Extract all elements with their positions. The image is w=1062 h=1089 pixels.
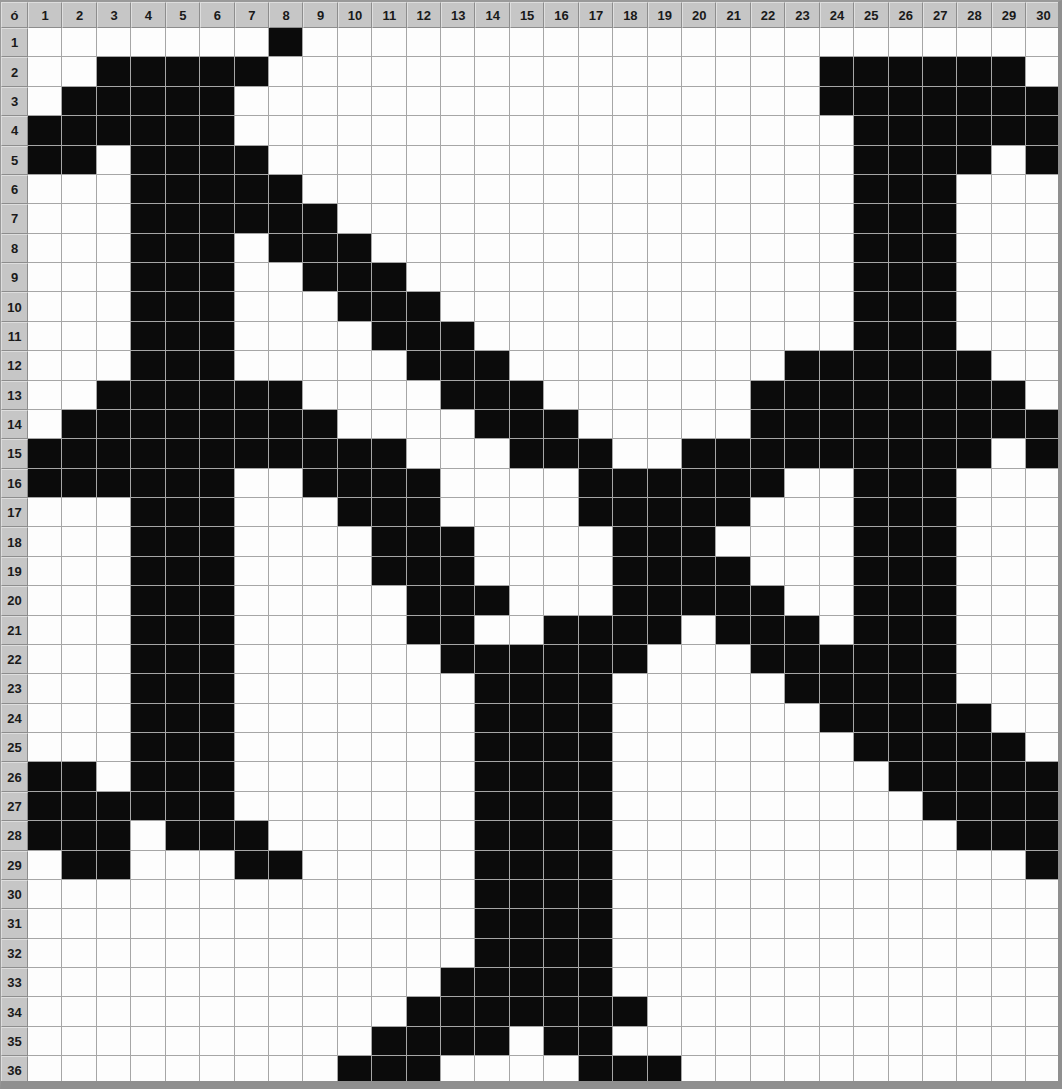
cell-r34c16-filled[interactable] — [544, 997, 578, 1026]
cell-r20c20-filled[interactable] — [682, 586, 716, 615]
cell-r1c18-empty[interactable] — [613, 28, 647, 57]
cell-r24c16-filled[interactable] — [544, 704, 578, 733]
cell-r15c8-filled[interactable] — [269, 439, 303, 468]
cell-r9c11-filled[interactable] — [372, 263, 406, 292]
cell-r34c17-filled[interactable] — [579, 997, 613, 1026]
cell-r16c27-filled[interactable] — [923, 469, 957, 498]
cell-r33c21-empty[interactable] — [716, 968, 750, 997]
cell-r1c9-empty[interactable] — [303, 28, 337, 57]
cell-r18c17-empty[interactable] — [579, 527, 613, 556]
cell-r15c30-filled[interactable] — [1026, 439, 1060, 468]
cell-r8c27-filled[interactable] — [923, 234, 957, 263]
cell-r36c4-empty[interactable] — [131, 1056, 165, 1085]
cell-r23c14-filled[interactable] — [475, 674, 509, 703]
cell-r31c14-filled[interactable] — [475, 909, 509, 938]
cell-r24c13-empty[interactable] — [441, 704, 475, 733]
cell-r30c6-empty[interactable] — [200, 880, 234, 909]
cell-r13c19-empty[interactable] — [648, 381, 682, 410]
cell-r35c28-empty[interactable] — [957, 1027, 991, 1056]
cell-r15c10-filled[interactable] — [338, 439, 372, 468]
cell-r12c21-empty[interactable] — [716, 351, 750, 380]
cell-r11c25-filled[interactable] — [854, 322, 888, 351]
cell-r21c12-filled[interactable] — [407, 616, 441, 645]
cell-r18c29-empty[interactable] — [992, 527, 1026, 556]
cell-r34c2-empty[interactable] — [62, 997, 96, 1026]
cell-r31c2-empty[interactable] — [62, 909, 96, 938]
cell-r17c30-empty[interactable] — [1026, 498, 1060, 527]
cell-r27c30-filled[interactable] — [1026, 792, 1060, 821]
cell-r20c1-empty[interactable] — [28, 586, 62, 615]
cell-r30c15-filled[interactable] — [510, 880, 544, 909]
cell-r29c1-empty[interactable] — [28, 851, 62, 880]
cell-r32c24-empty[interactable] — [820, 939, 854, 968]
cell-r7c27-filled[interactable] — [923, 204, 957, 233]
cell-r7c14-empty[interactable] — [475, 204, 509, 233]
cell-r1c10-empty[interactable] — [338, 28, 372, 57]
cell-r5c13-empty[interactable] — [441, 146, 475, 175]
cell-r18c24-empty[interactable] — [820, 527, 854, 556]
cell-r20c22-filled[interactable] — [751, 586, 785, 615]
cell-r24c22-empty[interactable] — [751, 704, 785, 733]
cell-r24c30-empty[interactable] — [1026, 704, 1060, 733]
cell-r32c10-empty[interactable] — [338, 939, 372, 968]
cell-r30c21-empty[interactable] — [716, 880, 750, 909]
cell-r4c28-filled[interactable] — [957, 116, 991, 145]
cell-r21c26-filled[interactable] — [889, 616, 923, 645]
cell-r27c26-empty[interactable] — [889, 792, 923, 821]
cell-r8c15-empty[interactable] — [510, 234, 544, 263]
cell-r4c26-filled[interactable] — [889, 116, 923, 145]
cell-r21c4-filled[interactable] — [131, 616, 165, 645]
cell-r31c23-empty[interactable] — [785, 909, 819, 938]
cell-r14c25-filled[interactable] — [854, 410, 888, 439]
cell-r9c25-filled[interactable] — [854, 263, 888, 292]
cell-r12c20-empty[interactable] — [682, 351, 716, 380]
cell-r7c26-filled[interactable] — [889, 204, 923, 233]
cell-r19c15-empty[interactable] — [510, 557, 544, 586]
cell-r16c19-filled[interactable] — [648, 469, 682, 498]
cell-r27c23-empty[interactable] — [785, 792, 819, 821]
cell-r14c23-filled[interactable] — [785, 410, 819, 439]
cell-r12c26-filled[interactable] — [889, 351, 923, 380]
cell-r1c15-empty[interactable] — [510, 28, 544, 57]
cell-r5c29-empty[interactable] — [992, 146, 1026, 175]
cell-r26c29-filled[interactable] — [992, 762, 1026, 791]
cell-r25c24-empty[interactable] — [820, 733, 854, 762]
cell-r21c19-filled[interactable] — [648, 616, 682, 645]
cell-r3c23-empty[interactable] — [785, 87, 819, 116]
cell-r22c29-empty[interactable] — [992, 645, 1026, 674]
cell-r19c25-filled[interactable] — [854, 557, 888, 586]
cell-r26c4-filled[interactable] — [131, 762, 165, 791]
cell-r12c19-empty[interactable] — [648, 351, 682, 380]
cell-r7c8-filled[interactable] — [269, 204, 303, 233]
cell-r18c12-filled[interactable] — [407, 527, 441, 556]
cell-r10c1-empty[interactable] — [28, 292, 62, 321]
cell-r23c24-filled[interactable] — [820, 674, 854, 703]
cell-r24c23-empty[interactable] — [785, 704, 819, 733]
cell-r11c24-empty[interactable] — [820, 322, 854, 351]
cell-r19c28-empty[interactable] — [957, 557, 991, 586]
cell-r34c1-empty[interactable] — [28, 997, 62, 1026]
cell-r25c28-filled[interactable] — [957, 733, 991, 762]
cell-r28c26-empty[interactable] — [889, 821, 923, 850]
cell-r31c15-filled[interactable] — [510, 909, 544, 938]
cell-r6c12-empty[interactable] — [407, 175, 441, 204]
cell-r20c30-empty[interactable] — [1026, 586, 1060, 615]
cell-r17c2-empty[interactable] — [62, 498, 96, 527]
cell-r26c11-empty[interactable] — [372, 762, 406, 791]
cell-r32c6-empty[interactable] — [200, 939, 234, 968]
cell-r17c7-empty[interactable] — [235, 498, 269, 527]
cell-r5c23-empty[interactable] — [785, 146, 819, 175]
cell-r21c17-filled[interactable] — [579, 616, 613, 645]
cell-r33c25-empty[interactable] — [854, 968, 888, 997]
cell-r36c20-empty[interactable] — [682, 1056, 716, 1085]
cell-r27c9-empty[interactable] — [303, 792, 337, 821]
cell-r35c21-empty[interactable] — [716, 1027, 750, 1056]
cell-r17c25-filled[interactable] — [854, 498, 888, 527]
cell-r9c1-empty[interactable] — [28, 263, 62, 292]
cell-r34c8-empty[interactable] — [269, 997, 303, 1026]
cell-r22c20-empty[interactable] — [682, 645, 716, 674]
cell-r16c28-empty[interactable] — [957, 469, 991, 498]
cell-r17c21-filled[interactable] — [716, 498, 750, 527]
cell-r9c10-filled[interactable] — [338, 263, 372, 292]
cell-r33c30-empty[interactable] — [1026, 968, 1060, 997]
cell-r25c1-empty[interactable] — [28, 733, 62, 762]
cell-r25c12-empty[interactable] — [407, 733, 441, 762]
cell-r36c23-empty[interactable] — [785, 1056, 819, 1085]
cell-r4c19-empty[interactable] — [648, 116, 682, 145]
cell-r7c13-empty[interactable] — [441, 204, 475, 233]
cell-r16c21-filled[interactable] — [716, 469, 750, 498]
cell-r27c10-empty[interactable] — [338, 792, 372, 821]
cell-r9c21-empty[interactable] — [716, 263, 750, 292]
cell-r13c14-filled[interactable] — [475, 381, 509, 410]
cell-r1c17-empty[interactable] — [579, 28, 613, 57]
cell-r22c12-empty[interactable] — [407, 645, 441, 674]
cell-r30c28-empty[interactable] — [957, 880, 991, 909]
cell-r31c22-empty[interactable] — [751, 909, 785, 938]
cell-r31c16-filled[interactable] — [544, 909, 578, 938]
cell-r24c5-filled[interactable] — [166, 704, 200, 733]
cell-r34c12-filled[interactable] — [407, 997, 441, 1026]
cell-r20c27-filled[interactable] — [923, 586, 957, 615]
cell-r12c22-empty[interactable] — [751, 351, 785, 380]
cell-r30c19-empty[interactable] — [648, 880, 682, 909]
cell-r10c29-empty[interactable] — [992, 292, 1026, 321]
cell-r34c15-filled[interactable] — [510, 997, 544, 1026]
cell-r29c7-filled[interactable] — [235, 851, 269, 880]
cell-r36c2-empty[interactable] — [62, 1056, 96, 1085]
cell-r7c10-empty[interactable] — [338, 204, 372, 233]
cell-r2c17-empty[interactable] — [579, 57, 613, 86]
cell-r18c16-empty[interactable] — [544, 527, 578, 556]
cell-r17c5-filled[interactable] — [166, 498, 200, 527]
cell-r29c19-empty[interactable] — [648, 851, 682, 880]
cell-r29c27-empty[interactable] — [923, 851, 957, 880]
cell-r26c19-empty[interactable] — [648, 762, 682, 791]
cell-r3c4-filled[interactable] — [131, 87, 165, 116]
cell-r26c30-filled[interactable] — [1026, 762, 1060, 791]
cell-r2c29-filled[interactable] — [992, 57, 1026, 86]
cell-r30c3-empty[interactable] — [97, 880, 131, 909]
cell-r8c7-empty[interactable] — [235, 234, 269, 263]
cell-r24c6-filled[interactable] — [200, 704, 234, 733]
cell-r17c8-empty[interactable] — [269, 498, 303, 527]
cell-r11c14-empty[interactable] — [475, 322, 509, 351]
cell-r22c1-empty[interactable] — [28, 645, 62, 674]
cell-r5c20-empty[interactable] — [682, 146, 716, 175]
cell-r18c25-filled[interactable] — [854, 527, 888, 556]
cell-r22c23-filled[interactable] — [785, 645, 819, 674]
cell-r3c8-empty[interactable] — [269, 87, 303, 116]
cell-r7c7-filled[interactable] — [235, 204, 269, 233]
cell-r13c22-filled[interactable] — [751, 381, 785, 410]
cell-r2c26-filled[interactable] — [889, 57, 923, 86]
cell-r1c29-empty[interactable] — [992, 28, 1026, 57]
cell-r27c12-empty[interactable] — [407, 792, 441, 821]
cell-r7c25-filled[interactable] — [854, 204, 888, 233]
cell-r27c17-filled[interactable] — [579, 792, 613, 821]
cell-r21c25-filled[interactable] — [854, 616, 888, 645]
cell-r4c13-empty[interactable] — [441, 116, 475, 145]
cell-r36c16-empty[interactable] — [544, 1056, 578, 1085]
cell-r24c25-filled[interactable] — [854, 704, 888, 733]
cell-r32c11-empty[interactable] — [372, 939, 406, 968]
cell-r12c15-empty[interactable] — [510, 351, 544, 380]
cell-r31c6-empty[interactable] — [200, 909, 234, 938]
cell-r28c19-empty[interactable] — [648, 821, 682, 850]
cell-r2c14-empty[interactable] — [475, 57, 509, 86]
cell-r16c7-empty[interactable] — [235, 469, 269, 498]
cell-r5c11-empty[interactable] — [372, 146, 406, 175]
cell-r12c9-empty[interactable] — [303, 351, 337, 380]
cell-r35c9-empty[interactable] — [303, 1027, 337, 1056]
cell-r20c21-filled[interactable] — [716, 586, 750, 615]
cell-r12c3-empty[interactable] — [97, 351, 131, 380]
cell-r28c12-empty[interactable] — [407, 821, 441, 850]
cell-r27c13-empty[interactable] — [441, 792, 475, 821]
cell-r8c28-empty[interactable] — [957, 234, 991, 263]
cell-r8c17-empty[interactable] — [579, 234, 613, 263]
cell-r27c1-filled[interactable] — [28, 792, 62, 821]
cell-r34c9-empty[interactable] — [303, 997, 337, 1026]
cell-r10c18-empty[interactable] — [613, 292, 647, 321]
cell-r9c2-empty[interactable] — [62, 263, 96, 292]
cell-r21c22-filled[interactable] — [751, 616, 785, 645]
cell-r6c19-empty[interactable] — [648, 175, 682, 204]
cell-r24c4-filled[interactable] — [131, 704, 165, 733]
cell-r28c18-empty[interactable] — [613, 821, 647, 850]
cell-r8c10-filled[interactable] — [338, 234, 372, 263]
cell-r28c2-filled[interactable] — [62, 821, 96, 850]
cell-r10c13-empty[interactable] — [441, 292, 475, 321]
cell-r18c4-filled[interactable] — [131, 527, 165, 556]
cell-r33c19-empty[interactable] — [648, 968, 682, 997]
cell-r26c8-empty[interactable] — [269, 762, 303, 791]
cell-r32c22-empty[interactable] — [751, 939, 785, 968]
cell-r14c3-filled[interactable] — [97, 410, 131, 439]
cell-r3c29-filled[interactable] — [992, 87, 1026, 116]
cell-r32c26-empty[interactable] — [889, 939, 923, 968]
cell-r27c7-empty[interactable] — [235, 792, 269, 821]
cell-r3c20-empty[interactable] — [682, 87, 716, 116]
cell-r9c24-empty[interactable] — [820, 263, 854, 292]
cell-r16c20-filled[interactable] — [682, 469, 716, 498]
cell-r6c9-empty[interactable] — [303, 175, 337, 204]
cell-r20c4-filled[interactable] — [131, 586, 165, 615]
cell-r29c10-empty[interactable] — [338, 851, 372, 880]
cell-r33c6-empty[interactable] — [200, 968, 234, 997]
cell-r19c9-empty[interactable] — [303, 557, 337, 586]
cell-r13c15-filled[interactable] — [510, 381, 544, 410]
cell-r2c24-filled[interactable] — [820, 57, 854, 86]
cell-r29c2-filled[interactable] — [62, 851, 96, 880]
cell-r13c27-filled[interactable] — [923, 381, 957, 410]
cell-r1c7-empty[interactable] — [235, 28, 269, 57]
cell-r22c22-filled[interactable] — [751, 645, 785, 674]
cell-r28c16-filled[interactable] — [544, 821, 578, 850]
cell-r28c15-filled[interactable] — [510, 821, 544, 850]
cell-r12c7-empty[interactable] — [235, 351, 269, 380]
cell-r14c19-empty[interactable] — [648, 410, 682, 439]
cell-r31c18-empty[interactable] — [613, 909, 647, 938]
cell-r34c20-empty[interactable] — [682, 997, 716, 1026]
cell-r22c17-filled[interactable] — [579, 645, 613, 674]
cell-r14c26-filled[interactable] — [889, 410, 923, 439]
cell-r33c4-empty[interactable] — [131, 968, 165, 997]
cell-r13c18-empty[interactable] — [613, 381, 647, 410]
cell-r26c7-empty[interactable] — [235, 762, 269, 791]
cell-r31c5-empty[interactable] — [166, 909, 200, 938]
cell-r6c13-empty[interactable] — [441, 175, 475, 204]
cell-r2c13-empty[interactable] — [441, 57, 475, 86]
cell-r7c17-empty[interactable] — [579, 204, 613, 233]
cell-r11c8-empty[interactable] — [269, 322, 303, 351]
cell-r18c21-empty[interactable] — [716, 527, 750, 556]
cell-r5c24-empty[interactable] — [820, 146, 854, 175]
cell-r15c28-filled[interactable] — [957, 439, 991, 468]
cell-r11c6-filled[interactable] — [200, 322, 234, 351]
cell-r11c21-empty[interactable] — [716, 322, 750, 351]
cell-r9c4-filled[interactable] — [131, 263, 165, 292]
cell-r33c2-empty[interactable] — [62, 968, 96, 997]
cell-r28c6-filled[interactable] — [200, 821, 234, 850]
cell-r6c6-filled[interactable] — [200, 175, 234, 204]
cell-r7c19-empty[interactable] — [648, 204, 682, 233]
cell-r11c1-empty[interactable] — [28, 322, 62, 351]
cell-r9c30-empty[interactable] — [1026, 263, 1060, 292]
cell-r25c7-empty[interactable] — [235, 733, 269, 762]
cell-r33c13-filled[interactable] — [441, 968, 475, 997]
cell-r22c19-empty[interactable] — [648, 645, 682, 674]
cell-r20c13-filled[interactable] — [441, 586, 475, 615]
cell-r36c29-empty[interactable] — [992, 1056, 1026, 1085]
cell-r17c14-empty[interactable] — [475, 498, 509, 527]
cell-r20c24-empty[interactable] — [820, 586, 854, 615]
cell-r8c19-empty[interactable] — [648, 234, 682, 263]
cell-r18c27-filled[interactable] — [923, 527, 957, 556]
cell-r13c17-empty[interactable] — [579, 381, 613, 410]
cell-r12c17-empty[interactable] — [579, 351, 613, 380]
cell-r33c29-empty[interactable] — [992, 968, 1026, 997]
cell-r6c17-empty[interactable] — [579, 175, 613, 204]
cell-r21c24-empty[interactable] — [820, 616, 854, 645]
cell-r35c1-empty[interactable] — [28, 1027, 62, 1056]
cell-r19c5-filled[interactable] — [166, 557, 200, 586]
cell-r4c8-empty[interactable] — [269, 116, 303, 145]
cell-r16c10-filled[interactable] — [338, 469, 372, 498]
cell-r7c22-empty[interactable] — [751, 204, 785, 233]
cell-r18c5-filled[interactable] — [166, 527, 200, 556]
cell-r30c11-empty[interactable] — [372, 880, 406, 909]
cell-r25c27-filled[interactable] — [923, 733, 957, 762]
cell-r7c18-empty[interactable] — [613, 204, 647, 233]
cell-r19c30-empty[interactable] — [1026, 557, 1060, 586]
cell-r34c3-empty[interactable] — [97, 997, 131, 1026]
cell-r6c7-filled[interactable] — [235, 175, 269, 204]
cell-r31c11-empty[interactable] — [372, 909, 406, 938]
cell-r11c9-empty[interactable] — [303, 322, 337, 351]
cell-r4c6-filled[interactable] — [200, 116, 234, 145]
cell-r10c2-empty[interactable] — [62, 292, 96, 321]
cell-r14c16-filled[interactable] — [544, 410, 578, 439]
cell-r14c9-filled[interactable] — [303, 410, 337, 439]
cell-r23c16-filled[interactable] — [544, 674, 578, 703]
cell-r22c27-filled[interactable] — [923, 645, 957, 674]
cell-r29c18-empty[interactable] — [613, 851, 647, 880]
cell-r9c8-empty[interactable] — [269, 263, 303, 292]
cell-r35c26-empty[interactable] — [889, 1027, 923, 1056]
cell-r27c8-empty[interactable] — [269, 792, 303, 821]
cell-r9c16-empty[interactable] — [544, 263, 578, 292]
cell-r29c28-empty[interactable] — [957, 851, 991, 880]
cell-r36c14-empty[interactable] — [475, 1056, 509, 1085]
cell-r21c10-empty[interactable] — [338, 616, 372, 645]
cell-r10c27-filled[interactable] — [923, 292, 957, 321]
cell-r3c11-empty[interactable] — [372, 87, 406, 116]
cell-r30c24-empty[interactable] — [820, 880, 854, 909]
cell-r35c20-empty[interactable] — [682, 1027, 716, 1056]
cell-r35c23-empty[interactable] — [785, 1027, 819, 1056]
cell-r29c8-filled[interactable] — [269, 851, 303, 880]
cell-r23c5-filled[interactable] — [166, 674, 200, 703]
cell-r35c24-empty[interactable] — [820, 1027, 854, 1056]
cell-r22c25-filled[interactable] — [854, 645, 888, 674]
cell-r28c22-empty[interactable] — [751, 821, 785, 850]
cell-r5c28-filled[interactable] — [957, 146, 991, 175]
cell-r11c19-empty[interactable] — [648, 322, 682, 351]
cell-r6c2-empty[interactable] — [62, 175, 96, 204]
cell-r11c29-empty[interactable] — [992, 322, 1026, 351]
cell-r16c8-empty[interactable] — [269, 469, 303, 498]
cell-r26c22-empty[interactable] — [751, 762, 785, 791]
cell-r17c6-filled[interactable] — [200, 498, 234, 527]
cell-r24c17-filled[interactable] — [579, 704, 613, 733]
cell-r23c20-empty[interactable] — [682, 674, 716, 703]
cell-r11c15-empty[interactable] — [510, 322, 544, 351]
cell-r36c25-empty[interactable] — [854, 1056, 888, 1085]
cell-r29c20-empty[interactable] — [682, 851, 716, 880]
cell-r32c5-empty[interactable] — [166, 939, 200, 968]
cell-r9c6-filled[interactable] — [200, 263, 234, 292]
cell-r31c19-empty[interactable] — [648, 909, 682, 938]
cell-r5c1-filled[interactable] — [28, 146, 62, 175]
cell-r15c17-filled[interactable] — [579, 439, 613, 468]
cell-r20c19-filled[interactable] — [648, 586, 682, 615]
